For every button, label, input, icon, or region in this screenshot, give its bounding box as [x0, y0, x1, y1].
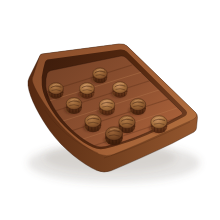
board-tray	[0, 0, 220, 220]
product-photo-scene	[0, 0, 220, 220]
